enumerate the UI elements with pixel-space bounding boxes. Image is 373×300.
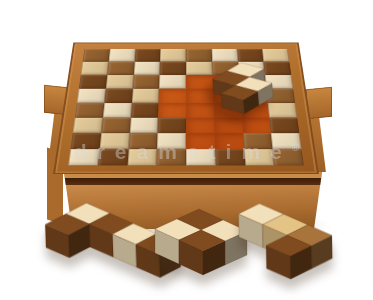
cell-r2c2: [107, 62, 134, 75]
cell-r6c4: [158, 118, 186, 133]
cell-r6c3: [129, 118, 158, 133]
cell-r4c4: [159, 89, 186, 103]
cell-r3c1: [79, 75, 107, 89]
cell-r7c2: [99, 133, 129, 149]
cell-r4c3: [131, 89, 159, 103]
cell-r8c5: [186, 149, 215, 166]
cell-r1c1: [83, 49, 110, 62]
cell-r5c1: [75, 103, 104, 118]
cell-r7c1: [70, 133, 101, 149]
cell-r8c1: [68, 149, 99, 166]
cell-r6c2: [101, 118, 130, 133]
cell-r8c7: [244, 149, 275, 166]
cell-r2c4: [160, 62, 186, 75]
product-photo-canvas: dreamstime®: [0, 0, 373, 300]
piece-front-right: [227, 186, 364, 293]
cell-r8c3: [127, 149, 157, 166]
cell-r3c4: [159, 75, 186, 89]
cell-r2c1: [81, 62, 109, 75]
cell-r8c2: [98, 149, 129, 166]
tray-box-seam: [56, 178, 322, 185]
cell-r1c3: [134, 49, 160, 62]
cell-r4c1: [77, 89, 106, 103]
cell-r1c2: [108, 49, 135, 62]
cell-r3c3: [132, 75, 159, 89]
cell-r2c3: [133, 62, 160, 75]
cell-r7c3: [128, 133, 157, 149]
cell-r8c6: [215, 149, 245, 166]
cell-r1c4: [160, 49, 186, 62]
cell-r8c4: [157, 149, 186, 166]
cell-r8c8: [273, 149, 304, 166]
cell-r4c2: [104, 89, 132, 103]
cell-r5c4: [158, 103, 186, 118]
piece-on-board: [192, 45, 309, 144]
cell-r7c4: [157, 133, 186, 149]
cell-r3c2: [106, 75, 134, 89]
cell-r6c1: [73, 118, 103, 133]
cell-r5c2: [103, 103, 132, 118]
cell-r5c3: [130, 103, 158, 118]
